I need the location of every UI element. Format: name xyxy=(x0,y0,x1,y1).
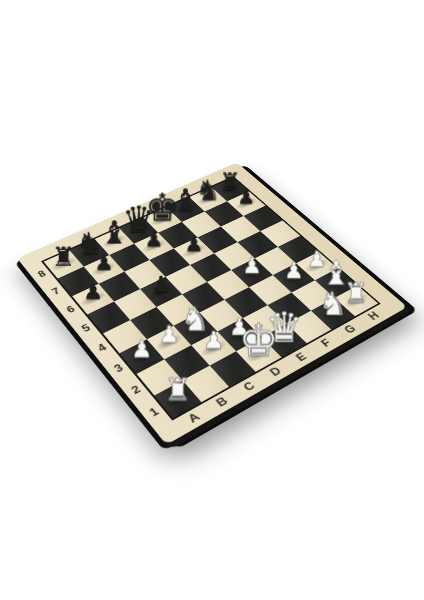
chess-board: ABCDEFGH12345678♜♞♝♛♚♝♞♜♟♟♟♟♟♟♟♟♟♞♟♟♟♟♝♜… xyxy=(17,162,407,444)
product-photo: ABCDEFGH12345678♜♞♝♛♚♝♞♜♟♟♟♟♟♟♟♟♟♞♟♟♟♟♝♜… xyxy=(0,0,424,600)
